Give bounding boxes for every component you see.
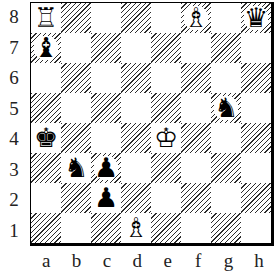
white-rook-a8: ♖	[34, 4, 58, 31]
black-knight-g5: ♞	[214, 94, 238, 121]
square-a1[interactable]	[31, 213, 61, 243]
file-label-g: g	[213, 248, 243, 274]
square-e4[interactable]: ♔	[151, 123, 181, 153]
rank-label-5: 5	[0, 94, 28, 125]
square-c6[interactable]	[91, 63, 121, 93]
square-g8[interactable]	[211, 3, 241, 33]
black-king-a4: ♚	[34, 124, 58, 151]
file-label-f: f	[183, 248, 213, 274]
square-c5[interactable]	[91, 93, 121, 123]
square-c7[interactable]	[91, 33, 121, 63]
square-b5[interactable]	[61, 93, 91, 123]
square-d1[interactable]: ♗	[121, 213, 151, 243]
white-king-e4: ♔	[154, 124, 178, 151]
square-e8[interactable]	[151, 3, 181, 33]
square-h5[interactable]	[241, 93, 271, 123]
file-label-b: b	[61, 248, 91, 274]
square-f3[interactable]	[181, 153, 211, 183]
rank-label-6: 6	[0, 63, 28, 94]
square-b1[interactable]	[61, 213, 91, 243]
square-e2[interactable]	[151, 183, 181, 213]
square-c2[interactable]: ♟	[91, 183, 121, 213]
square-a2[interactable]	[31, 183, 61, 213]
square-c1[interactable]	[91, 213, 121, 243]
square-h2[interactable]	[241, 183, 271, 213]
file-label-c: c	[92, 248, 122, 274]
square-d8[interactable]	[121, 3, 151, 33]
square-g3[interactable]	[211, 153, 241, 183]
square-f7[interactable]	[181, 33, 211, 63]
square-h1[interactable]	[241, 213, 271, 243]
square-c4[interactable]	[91, 123, 121, 153]
square-f4[interactable]	[181, 123, 211, 153]
square-d7[interactable]	[121, 33, 151, 63]
square-h3[interactable]	[241, 153, 271, 183]
file-label-e: e	[153, 248, 183, 274]
square-a6[interactable]	[31, 63, 61, 93]
square-e1[interactable]	[151, 213, 181, 243]
white-bishop-f8: ♗	[184, 4, 208, 31]
square-g6[interactable]	[211, 63, 241, 93]
square-g4[interactable]	[211, 123, 241, 153]
square-a7[interactable]: ♝	[31, 33, 61, 63]
square-c8[interactable]	[91, 3, 121, 33]
square-g2[interactable]	[211, 183, 241, 213]
rank-label-2: 2	[0, 185, 28, 216]
square-e5[interactable]	[151, 93, 181, 123]
square-g7[interactable]	[211, 33, 241, 63]
file-label-d: d	[122, 248, 152, 274]
square-e3[interactable]	[151, 153, 181, 183]
rank-label-1: 1	[0, 216, 28, 247]
square-b2[interactable]	[61, 183, 91, 213]
square-h8[interactable]: ♛	[241, 3, 271, 33]
black-knight-b3: ♞	[64, 154, 88, 181]
rank-label-3: 3	[0, 155, 28, 186]
square-f5[interactable]	[181, 93, 211, 123]
black-queen-h8: ♛	[244, 4, 268, 31]
rank-label-7: 7	[0, 33, 28, 64]
square-b4[interactable]	[61, 123, 91, 153]
square-d2[interactable]	[121, 183, 151, 213]
chess-diagram: 87654321 ♖♗♛♝♞♚♔♞♟♟♗ abcdefgh	[0, 0, 279, 279]
white-bishop-d1: ♗	[124, 214, 148, 241]
square-b7[interactable]	[61, 33, 91, 63]
square-a3[interactable]	[31, 153, 61, 183]
square-e7[interactable]	[151, 33, 181, 63]
square-h4[interactable]	[241, 123, 271, 153]
square-e6[interactable]	[151, 63, 181, 93]
file-label-a: a	[31, 248, 61, 274]
square-b3[interactable]: ♞	[61, 153, 91, 183]
chess-board: ♖♗♛♝♞♚♔♞♟♟♗	[30, 2, 274, 246]
square-h6[interactable]	[241, 63, 271, 93]
file-label-h: h	[244, 248, 274, 274]
square-g5[interactable]: ♞	[211, 93, 241, 123]
square-b8[interactable]	[61, 3, 91, 33]
black-bishop-a7: ♝	[34, 34, 58, 61]
square-f2[interactable]	[181, 183, 211, 213]
black-pawn-c2: ♟	[94, 184, 118, 211]
square-d6[interactable]	[121, 63, 151, 93]
rank-label-8: 8	[0, 2, 28, 33]
square-a5[interactable]	[31, 93, 61, 123]
square-f6[interactable]	[181, 63, 211, 93]
square-f1[interactable]	[181, 213, 211, 243]
square-f8[interactable]: ♗	[181, 3, 211, 33]
rank-label-4: 4	[0, 124, 28, 155]
square-a8[interactable]: ♖	[31, 3, 61, 33]
square-h7[interactable]	[241, 33, 271, 63]
square-c3[interactable]: ♟	[91, 153, 121, 183]
square-d4[interactable]	[121, 123, 151, 153]
square-a4[interactable]: ♚	[31, 123, 61, 153]
square-d5[interactable]	[121, 93, 151, 123]
file-labels: abcdefgh	[31, 248, 274, 274]
square-b6[interactable]	[61, 63, 91, 93]
square-d3[interactable]	[121, 153, 151, 183]
black-pawn-c3: ♟	[94, 154, 118, 181]
rank-labels: 87654321	[0, 2, 28, 246]
square-g1[interactable]	[211, 213, 241, 243]
